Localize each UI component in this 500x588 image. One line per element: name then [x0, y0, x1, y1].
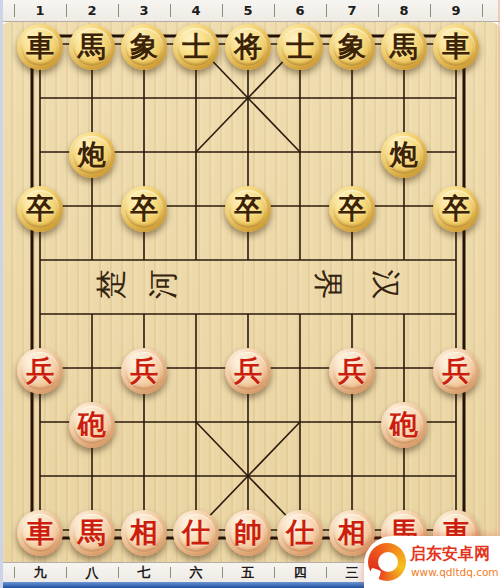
piece-black-horse[interactable]: 馬	[69, 24, 115, 70]
piece-black-elephant[interactable]: 象	[121, 24, 167, 70]
ruler-tick	[66, 567, 67, 578]
ruler-tick	[14, 4, 15, 17]
piece-black-elephant[interactable]: 象	[329, 24, 375, 70]
piece-black-soldier[interactable]: 卒	[121, 186, 167, 232]
piece-glyph: 馬	[69, 510, 115, 556]
file-label-top-6: 6	[288, 0, 312, 21]
piece-glyph: 兵	[225, 348, 271, 394]
piece-glyph: 士	[277, 24, 323, 70]
piece-glyph: 士	[173, 24, 219, 70]
piece-glyph: 車	[433, 24, 479, 70]
board[interactable]: 楚 河 界 汉 車馬象士将士象馬車炮炮卒卒卒卒卒兵兵兵兵兵砲砲車馬相仕帥仕相馬車	[0, 22, 500, 562]
file-label-bottom-2: 八	[80, 563, 104, 582]
piece-glyph: 馬	[381, 24, 427, 70]
ruler-tick	[118, 567, 119, 578]
piece-red-cannon[interactable]: 砲	[69, 402, 115, 448]
piece-glyph: 炮	[69, 132, 115, 178]
ruler-tick	[378, 4, 379, 17]
river-char: 楚	[91, 270, 132, 300]
piece-glyph: 卒	[121, 186, 167, 232]
file-label-bottom-5: 五	[236, 563, 260, 582]
piece-glyph: 炮	[381, 132, 427, 178]
piece-red-chariot[interactable]: 車	[17, 510, 63, 556]
piece-glyph: 仕	[277, 510, 323, 556]
site-name: 启东安卓网	[410, 544, 490, 565]
piece-glyph: 帥	[225, 510, 271, 556]
piece-glyph: 卒	[17, 186, 63, 232]
piece-black-cannon[interactable]: 炮	[69, 132, 115, 178]
piece-glyph: 卒	[433, 186, 479, 232]
file-label-top-5: 5	[236, 0, 260, 21]
piece-glyph: 象	[121, 24, 167, 70]
river-char: 河	[143, 270, 184, 300]
piece-red-advisor[interactable]: 仕	[173, 510, 219, 556]
piece-black-cannon[interactable]: 炮	[381, 132, 427, 178]
piece-glyph: 車	[17, 24, 63, 70]
piece-glyph: 兵	[17, 348, 63, 394]
piece-glyph: 車	[17, 510, 63, 556]
file-label-bottom-4: 六	[184, 563, 208, 582]
piece-glyph: 兵	[121, 348, 167, 394]
board-grid	[0, 22, 500, 562]
file-label-top-4: 4	[184, 0, 208, 21]
piece-black-soldier[interactable]: 卒	[17, 186, 63, 232]
piece-red-elephant[interactable]: 相	[121, 510, 167, 556]
piece-black-general[interactable]: 将	[225, 24, 271, 70]
piece-red-soldier[interactable]: 兵	[225, 348, 271, 394]
file-label-top-9: 9	[444, 0, 468, 21]
river-text-chu-he: 楚 河	[96, 264, 178, 305]
piece-black-advisor[interactable]: 士	[173, 24, 219, 70]
file-label-top-2: 2	[80, 0, 104, 21]
piece-red-cannon[interactable]: 砲	[381, 402, 427, 448]
file-label-bottom-3: 七	[132, 563, 156, 582]
piece-glyph: 卒	[329, 186, 375, 232]
piece-red-soldier[interactable]: 兵	[433, 348, 479, 394]
ruler-tick	[482, 4, 483, 17]
piece-black-horse[interactable]: 馬	[381, 24, 427, 70]
ruler-tick	[118, 4, 119, 17]
piece-glyph: 将	[225, 24, 271, 70]
river-char: 界	[307, 270, 348, 300]
file-label-top-7: 7	[340, 0, 364, 21]
piece-glyph: 砲	[69, 402, 115, 448]
ruler-tick	[274, 4, 275, 17]
piece-red-horse[interactable]: 馬	[69, 510, 115, 556]
ruler-tick	[170, 4, 171, 17]
piece-black-soldier[interactable]: 卒	[433, 186, 479, 232]
piece-red-advisor[interactable]: 仕	[277, 510, 323, 556]
river-text-han-jie: 界 汉	[312, 264, 400, 305]
river-char: 汉	[365, 270, 406, 300]
piece-glyph: 砲	[381, 402, 427, 448]
file-label-top-1: 1	[28, 0, 52, 21]
piece-black-chariot[interactable]: 車	[17, 24, 63, 70]
ruler-tick	[14, 567, 15, 578]
piece-red-soldier[interactable]: 兵	[17, 348, 63, 394]
site-watermark[interactable]: 启东安卓网 www.qdltdq.com	[364, 536, 500, 588]
piece-glyph: 相	[121, 510, 167, 556]
ruler-tick	[222, 4, 223, 17]
piece-glyph: 兵	[329, 348, 375, 394]
piece-black-advisor[interactable]: 士	[277, 24, 323, 70]
piece-glyph: 馬	[69, 24, 115, 70]
ruler-tick	[430, 4, 431, 17]
ruler-tick	[326, 567, 327, 578]
piece-glyph: 兵	[433, 348, 479, 394]
ruler-tick	[326, 4, 327, 17]
site-url[interactable]: www.qdltdq.com	[411, 566, 499, 578]
window-left-edge	[0, 0, 3, 588]
file-label-bottom-7: 三	[340, 563, 364, 582]
piece-glyph: 象	[329, 24, 375, 70]
file-label-bottom-1: 九	[28, 563, 52, 582]
ruler-tick	[222, 567, 223, 578]
piece-red-soldier[interactable]: 兵	[329, 348, 375, 394]
piece-black-soldier[interactable]: 卒	[225, 186, 271, 232]
piece-black-chariot[interactable]: 車	[433, 24, 479, 70]
ruler-tick	[170, 567, 171, 578]
piece-glyph: 卒	[225, 186, 271, 232]
piece-red-general[interactable]: 帥	[225, 510, 271, 556]
ruler-tick	[66, 4, 67, 17]
ruler-tick	[274, 567, 275, 578]
site-logo-icon	[368, 543, 406, 581]
piece-glyph: 仕	[173, 510, 219, 556]
file-label-top-8: 8	[392, 0, 416, 21]
xiangqi-app-window: 123456789	[0, 0, 500, 588]
file-label-bottom-6: 四	[288, 563, 312, 582]
file-label-top-3: 3	[132, 0, 156, 21]
top-coordinate-ruler: 123456789	[0, 0, 500, 22]
piece-red-soldier[interactable]: 兵	[121, 348, 167, 394]
piece-black-soldier[interactable]: 卒	[329, 186, 375, 232]
